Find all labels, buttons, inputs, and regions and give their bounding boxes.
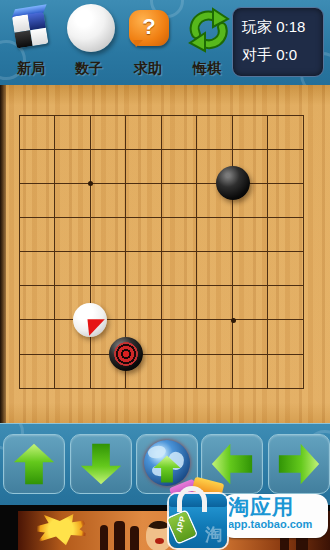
taobao-app-store-bag-icon[interactable]: 淘 APP [163,482,233,550]
opponent-label: 对手 [242,46,272,63]
move-down-button[interactable] [70,434,132,494]
count-stones-button[interactable]: 数子 [60,0,118,85]
store-url: app.taobao.com [228,518,328,530]
green-arrow-right-icon [278,443,320,485]
character-silhouette [130,526,139,550]
undo-arrows-icon [186,7,232,53]
character-silhouette [114,521,125,550]
count-stones-label: 数子 [60,60,118,78]
help-button[interactable]: ? 求助 [119,0,177,85]
green-arrow-down-icon [80,443,122,485]
go-board[interactable] [0,85,330,423]
player-timer: 玩家 0:18 [242,19,323,34]
black-stone [216,166,250,200]
game-ad-logo [30,514,92,546]
undo-label: 悔棋 [178,60,236,78]
top-toolbar: 新局 数子 ? 求助 悔棋 玩家 0 [0,0,330,85]
player-time: 0:18 [276,18,305,35]
go-game-app-screen: 新局 数子 ? 求助 悔棋 玩家 0 [0,0,330,550]
move-up-button[interactable] [3,434,65,494]
opponent-time: 0:0 [276,46,297,63]
move-right-button[interactable] [268,434,330,494]
opponent-timer: 对手 0:0 [242,47,323,62]
taobao-store-bubble[interactable]: 淘应用 app.taobao.com [222,494,328,538]
bag-handle [177,486,207,512]
store-name: 淘应用 [228,496,328,518]
character-silhouette [100,525,108,550]
green-arrow-up-icon [13,443,55,485]
timer-panel: 玩家 0:18 对手 0:0 [232,7,324,77]
board-grid [19,115,304,389]
new-game-button[interactable]: 新局 [2,0,60,85]
help-bubble-icon: ? [129,10,169,46]
board-left-edge-shadow [0,85,6,423]
red-target-marker [114,342,138,366]
new-game-label: 新局 [2,60,60,78]
undo-move-button[interactable]: 悔棋 [178,0,236,85]
white-stone-icon [67,4,115,52]
black-stone-red-target [109,337,143,371]
green-arrow-left-icon [211,443,253,485]
new-game-cube-icon [12,10,51,49]
star-point [231,318,236,323]
taobao-watermark: 淘 [205,523,222,546]
player-label: 玩家 [242,18,272,35]
help-label: 求助 [119,60,177,78]
